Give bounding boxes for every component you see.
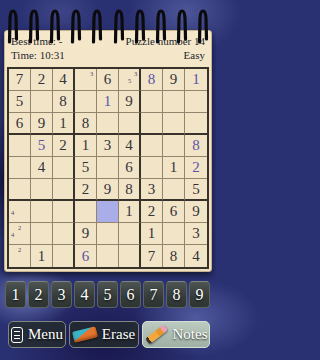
numpad-button-7[interactable]: 7 [143,281,164,308]
notepad: Best time: - Puzzle number 14 Time: 10:3… [4,30,212,272]
cell-r6c5[interactable]: 9 [97,179,119,201]
cell-r6c9[interactable]: 5 [185,179,207,201]
cell-digit: 1 [125,204,133,219]
cell-r7c2[interactable] [31,201,53,223]
cell-digit: 1 [192,72,200,87]
spiral-loop-icon [48,6,62,44]
cell-r1c2[interactable]: 2 [31,69,53,91]
cell-digit: 9 [38,116,46,131]
notes-button[interactable]: Notes [142,321,210,348]
cell-r3c7[interactable] [141,113,163,135]
cell-digit: 9 [104,182,112,197]
cell-r3c5[interactable] [97,113,119,135]
cell-r2c6[interactable]: 9 [119,91,141,113]
cell-digit: 4 [59,72,67,87]
cell-r8c7[interactable]: 1 [141,223,163,245]
cell-digit: 7 [16,72,24,87]
cell-r7c1[interactable]: 4 [9,201,31,223]
cell-r4c5[interactable]: 3 [97,135,119,157]
cell-r9c6[interactable] [119,245,141,267]
cell-r8c8[interactable] [163,223,185,245]
cell-r9c4[interactable]: 6 [75,245,97,267]
cell-r8c6[interactable] [119,223,141,245]
cell-r6c1[interactable] [9,179,31,201]
cell-r6c7[interactable]: 3 [141,179,163,201]
cell-digit: 4 [125,138,133,153]
cell-digit: 4 [192,249,200,264]
cell-r5c1[interactable] [9,157,31,179]
numpad-button-2[interactable]: 2 [28,281,49,308]
cell-r4c1[interactable] [9,135,31,157]
difficulty-label: Easy [184,48,205,62]
cell-r4c3[interactable]: 2 [53,135,75,157]
cell-digit: 2 [82,182,90,197]
cell-r5c5[interactable] [97,157,119,179]
toolbar: Menu Erase Notes [8,321,210,348]
cell-digit: 8 [59,94,67,109]
numpad-button-6[interactable]: 6 [120,281,141,308]
cell-r4c7[interactable] [141,135,163,157]
cell-digit: 6 [170,204,178,219]
cell-r8c9[interactable]: 3 [185,223,207,245]
cell-r9c7[interactable]: 7 [141,245,163,267]
cell-r2c8[interactable] [163,91,185,113]
sudoku-grid: 7243653891581969185213484561229835412692… [7,67,209,269]
cell-r3c8[interactable] [163,113,185,135]
erase-button[interactable]: Erase [69,321,139,348]
numpad-button-3[interactable]: 3 [51,281,72,308]
cell-digit: 5 [38,138,46,153]
cell-r1c5[interactable]: 6 [97,69,119,91]
cell-digit: 6 [16,116,24,131]
cell-r8c3[interactable] [53,223,75,245]
cell-digit: 9 [170,72,178,87]
cell-r2c9[interactable] [185,91,207,113]
cell-digit: 1 [148,226,156,241]
cell-r1c8[interactable]: 9 [163,69,185,91]
cell-r6c3[interactable] [53,179,75,201]
cell-digit: 9 [192,204,200,219]
cell-digit: 9 [82,226,90,241]
menu-button[interactable]: Menu [8,321,66,348]
cell-r3c9[interactable] [185,113,207,135]
spiral-loop-icon [90,6,104,44]
cell-digit: 6 [104,72,112,87]
cell-digit: 3 [104,138,112,153]
cell-r9c1[interactable]: 2 [9,245,31,267]
cell-digit: 8 [125,182,133,197]
spiral-loop-icon [6,6,20,44]
cell-r9c9[interactable]: 4 [185,245,207,267]
cell-digit: 3 [192,226,200,241]
cell-digit: 5 [192,182,200,197]
cell-digit: 8 [148,72,156,87]
cell-r2c3[interactable]: 8 [53,91,75,113]
cell-r4c9[interactable]: 8 [185,135,207,157]
eraser-icon [72,326,98,342]
spiral-loop-icon [133,6,147,44]
cell-digit: 2 [148,204,156,219]
cell-r6c8[interactable] [163,179,185,201]
cell-r7c9[interactable]: 9 [185,201,207,223]
spiral-loop-icon [175,6,189,44]
numpad-button-8[interactable]: 8 [166,281,187,308]
cell-digit: 2 [59,138,67,153]
cell-r2c4[interactable] [75,91,97,113]
cell-digit: 1 [82,138,90,153]
cell-r9c5[interactable] [97,245,119,267]
cell-digit: 7 [148,249,156,264]
cell-r9c3[interactable] [53,245,75,267]
erase-button-label: Erase [102,326,135,343]
cell-r7c7[interactable]: 2 [141,201,163,223]
cell-r8c2[interactable] [31,223,53,245]
cell-r7c5[interactable] [97,201,119,223]
cell-r3c3[interactable]: 1 [53,113,75,135]
cell-digit: 8 [82,116,90,131]
pencil-note: 3 [134,70,137,77]
cell-r2c7[interactable] [141,91,163,113]
cell-r1c6[interactable]: 53 [119,69,141,91]
pencil-note: 5 [128,77,131,84]
pencil-note: 4 [11,231,14,238]
cell-r6c2[interactable] [31,179,53,201]
cell-r1c1[interactable]: 7 [9,69,31,91]
cell-digit: 5 [16,94,24,109]
cell-digit: 1 [104,94,112,109]
cell-digit: 2 [38,72,46,87]
number-pad: 123456789 [5,281,211,308]
spiral-loop-icon [69,6,83,44]
spiral-loop-icon [112,6,126,44]
notes-button-label: Notes [173,326,208,343]
cell-r3c6[interactable] [119,113,141,135]
cell-digit: 6 [125,160,133,175]
cell-digit: 4 [38,160,46,175]
cell-r6c6[interactable]: 8 [119,179,141,201]
cell-r3c1[interactable]: 6 [9,113,31,135]
cell-r6c4[interactable]: 2 [75,179,97,201]
cell-digit: 9 [125,94,133,109]
cell-r8c1[interactable]: 24 [9,223,31,245]
cell-digit: 1 [170,160,178,175]
cell-r7c8[interactable]: 6 [163,201,185,223]
cell-r1c9[interactable]: 1 [185,69,207,91]
cell-r7c3[interactable] [53,201,75,223]
cell-digit: 6 [82,249,90,264]
cell-r5c2[interactable]: 4 [31,157,53,179]
cell-r2c5[interactable]: 1 [97,91,119,113]
cell-digit: 5 [82,160,90,175]
cell-r8c4[interactable]: 9 [75,223,97,245]
menu-button-label: Menu [28,326,63,343]
cell-r5c7[interactable] [141,157,163,179]
pencil-note: 4 [11,209,14,216]
cell-r8c5[interactable] [97,223,119,245]
cell-digit: 8 [170,249,178,264]
pencil-icon [145,325,167,345]
cell-r9c8[interactable]: 8 [163,245,185,267]
cell-r1c4[interactable]: 3 [75,69,97,91]
app: { "game": "sudoku", "position": "7240608… [0,0,216,360]
cell-r1c7[interactable]: 8 [141,69,163,91]
spiral-binding [6,6,210,44]
spiral-loop-icon [27,6,41,44]
cell-r4c8[interactable] [163,135,185,157]
cell-digit: 3 [148,182,156,197]
cell-r5c8[interactable]: 1 [163,157,185,179]
time-label: Time: 10:31 [11,48,65,62]
cell-r1c3[interactable]: 4 [53,69,75,91]
menu-icon [11,327,23,343]
cell-r5c4[interactable]: 5 [75,157,97,179]
cell-r4c2[interactable]: 5 [31,135,53,157]
cell-digit: 2 [192,160,200,175]
cell-r3c4[interactable]: 8 [75,113,97,135]
cell-r7c4[interactable] [75,201,97,223]
cell-r4c4[interactable]: 1 [75,135,97,157]
numpad-button-4[interactable]: 4 [74,281,95,308]
cell-r7c6[interactable]: 1 [119,201,141,223]
numpad-button-1[interactable]: 1 [5,281,26,308]
cell-r3c2[interactable]: 9 [31,113,53,135]
cell-digit: 1 [38,249,46,264]
spiral-loop-icon [196,6,210,44]
pencil-note: 3 [90,70,93,77]
pencil-note: 2 [18,224,21,231]
cell-r9c2[interactable]: 1 [31,245,53,267]
cell-r2c2[interactable] [31,91,53,113]
cell-r2c1[interactable]: 5 [9,91,31,113]
numpad-button-5[interactable]: 5 [97,281,118,308]
cell-r5c9[interactable]: 2 [185,157,207,179]
numpad-button-9[interactable]: 9 [189,281,210,308]
cell-r5c3[interactable] [53,157,75,179]
cell-digit: 1 [59,116,67,131]
cell-digit: 8 [192,138,200,153]
spiral-loop-icon [154,6,168,44]
cell-r4c6[interactable]: 4 [119,135,141,157]
pencil-note: 2 [18,246,21,253]
cell-r5c6[interactable]: 6 [119,157,141,179]
